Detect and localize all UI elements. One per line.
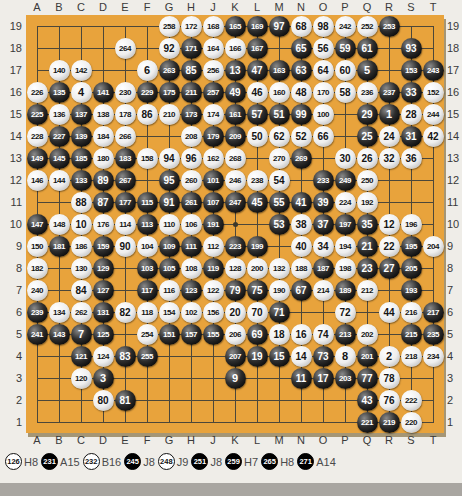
white-stone-190[interactable]: 190 (269, 280, 290, 301)
board-point-G8[interactable]: 105 (158, 257, 180, 279)
board-point-H18[interactable]: 171 (180, 37, 202, 59)
board-point-K2[interactable] (224, 389, 246, 411)
board-point-R10[interactable]: 12 (378, 213, 400, 235)
black-stone-95[interactable]: 95 (159, 170, 180, 191)
white-stone-130[interactable]: 130 (71, 258, 92, 279)
black-stone-3[interactable]: 3 (93, 368, 114, 389)
board-point-S4[interactable]: 218 (400, 345, 422, 367)
board-point-J15[interactable]: 174 (202, 103, 224, 125)
black-stone-235[interactable]: 235 (423, 324, 444, 345)
board-point-E6[interactable]: 82 (114, 301, 136, 323)
board-point-L12[interactable]: 238 (246, 169, 268, 191)
board-point-J8[interactable]: 119 (202, 257, 224, 279)
board-point-O5[interactable]: 74 (312, 323, 334, 345)
black-stone-27[interactable]: 27 (379, 258, 400, 279)
white-stone-28[interactable]: 28 (401, 104, 422, 125)
black-stone-19[interactable]: 19 (247, 346, 268, 367)
board-point-R8[interactable]: 27 (378, 257, 400, 279)
board-point-C7[interactable]: 84 (70, 279, 92, 301)
black-stone-161[interactable]: 161 (225, 104, 246, 125)
board-point-D10[interactable]: 176 (92, 213, 114, 235)
white-stone-58[interactable]: 58 (335, 82, 356, 103)
board-point-R17[interactable] (378, 59, 400, 81)
white-stone-218[interactable]: 218 (401, 346, 422, 367)
board-point-M2[interactable] (268, 389, 290, 411)
white-stone-138[interactable]: 138 (93, 104, 114, 125)
board-point-D7[interactable]: 127 (92, 279, 114, 301)
board-point-D14[interactable]: 184 (92, 125, 114, 147)
white-stone-246[interactable]: 246 (225, 170, 246, 191)
white-stone-96[interactable]: 96 (181, 148, 202, 169)
black-stone-67[interactable]: 67 (291, 280, 312, 301)
white-stone-30[interactable]: 30 (335, 148, 356, 169)
white-stone-20[interactable]: 20 (225, 302, 246, 323)
board-point-Q3[interactable]: 77 (356, 367, 378, 389)
board-point-L18[interactable]: 167 (246, 37, 268, 59)
board-point-H17[interactable]: 85 (180, 59, 202, 81)
board-point-G2[interactable] (158, 389, 180, 411)
white-stone-206[interactable]: 206 (225, 324, 246, 345)
white-stone-2[interactable]: 2 (379, 346, 400, 367)
black-stone-7[interactable]: 7 (71, 324, 92, 345)
board-point-J4[interactable] (202, 345, 224, 367)
board-point-Q4[interactable]: 201 (356, 345, 378, 367)
white-stone-238[interactable]: 238 (247, 170, 268, 191)
black-stone-177[interactable]: 177 (115, 192, 136, 213)
white-stone-134[interactable]: 134 (49, 302, 70, 323)
white-stone-18[interactable]: 18 (269, 324, 290, 345)
board-point-C16[interactable]: 4 (70, 81, 92, 103)
white-stone-102[interactable]: 102 (181, 302, 202, 323)
board-point-F7[interactable]: 117 (136, 279, 158, 301)
board-point-C1[interactable] (70, 411, 92, 433)
black-stone-11[interactable]: 11 (291, 368, 312, 389)
black-stone-115[interactable]: 115 (137, 192, 158, 213)
board-point-O9[interactable]: 34 (312, 235, 334, 257)
board-point-C14[interactable]: 139 (70, 125, 92, 147)
white-stone-136[interactable]: 136 (49, 104, 70, 125)
black-stone-187[interactable]: 187 (313, 258, 334, 279)
white-stone-88[interactable]: 88 (71, 192, 92, 213)
white-stone-108[interactable]: 108 (181, 258, 202, 279)
board-point-D2[interactable]: 80 (92, 389, 114, 411)
white-stone-196[interactable]: 196 (401, 214, 422, 235)
board-point-J12[interactable]: 101 (202, 169, 224, 191)
board-point-T8[interactable] (422, 257, 444, 279)
board-point-Q14[interactable]: 25 (356, 125, 378, 147)
board-point-M16[interactable]: 160 (268, 81, 290, 103)
black-stone-209[interactable]: 209 (225, 126, 246, 147)
board-point-O17[interactable]: 64 (312, 59, 334, 81)
white-stone-264[interactable]: 264 (115, 38, 136, 59)
board-point-D16[interactable]: 141 (92, 81, 114, 103)
board-point-G15[interactable]: 210 (158, 103, 180, 125)
white-stone-178[interactable]: 178 (115, 104, 136, 125)
board-point-T3[interactable] (422, 367, 444, 389)
board-point-K18[interactable]: 166 (224, 37, 246, 59)
board-point-P16[interactable]: 58 (334, 81, 356, 103)
board-point-S9[interactable]: 195 (400, 235, 422, 257)
board-point-Q13[interactable]: 26 (356, 147, 378, 169)
black-stone-263[interactable]: 263 (159, 60, 180, 81)
black-stone-5[interactable]: 5 (357, 60, 378, 81)
white-stone-94[interactable]: 94 (159, 148, 180, 169)
white-stone-40[interactable]: 40 (291, 236, 312, 257)
board-point-J5[interactable]: 155 (202, 323, 224, 345)
board-point-P8[interactable]: 198 (334, 257, 356, 279)
board-point-D18[interactable] (92, 37, 114, 59)
board-point-P7[interactable]: 189 (334, 279, 356, 301)
board-point-B9[interactable]: 181 (48, 235, 70, 257)
black-stone-229[interactable]: 229 (137, 82, 158, 103)
white-stone-226[interactable]: 226 (27, 82, 48, 103)
board-point-S2[interactable]: 222 (400, 389, 422, 411)
board-point-L8[interactable]: 200 (246, 257, 268, 279)
black-stone-173[interactable]: 173 (181, 104, 202, 125)
black-stone-103[interactable]: 103 (137, 258, 158, 279)
black-stone-211[interactable]: 211 (181, 82, 202, 103)
board-point-H3[interactable] (180, 367, 202, 389)
board-point-J18[interactable]: 164 (202, 37, 224, 59)
board-point-O15[interactable]: 100 (312, 103, 334, 125)
white-stone-270[interactable]: 270 (269, 148, 290, 169)
board-point-T15[interactable]: 244 (422, 103, 444, 125)
black-stone-123[interactable]: 123 (181, 280, 202, 301)
black-stone-223[interactable]: 223 (225, 236, 246, 257)
black-stone-127[interactable]: 127 (93, 280, 114, 301)
board-point-G18[interactable]: 92 (158, 37, 180, 59)
white-stone-52[interactable]: 52 (291, 126, 312, 147)
board-point-A2[interactable] (26, 389, 48, 411)
board-point-O10[interactable]: 37 (312, 213, 334, 235)
white-stone-64[interactable]: 64 (313, 60, 334, 81)
white-stone-230[interactable]: 230 (115, 82, 136, 103)
white-stone-152[interactable]: 152 (423, 82, 444, 103)
board-point-D11[interactable]: 87 (92, 191, 114, 213)
board-point-D12[interactable]: 89 (92, 169, 114, 191)
board-point-G5[interactable]: 151 (158, 323, 180, 345)
board-point-R14[interactable]: 24 (378, 125, 400, 147)
black-stone-233[interactable]: 233 (313, 170, 334, 191)
board-point-G17[interactable]: 263 (158, 59, 180, 81)
board-point-O14[interactable]: 66 (312, 125, 334, 147)
black-stone-23[interactable]: 23 (357, 258, 378, 279)
board-point-N13[interactable]: 269 (290, 147, 312, 169)
board-point-M5[interactable]: 18 (268, 323, 290, 345)
board-point-K15[interactable]: 161 (224, 103, 246, 125)
board-point-C8[interactable]: 130 (70, 257, 92, 279)
board-point-M10[interactable]: 53 (268, 213, 290, 235)
board-point-O7[interactable]: 214 (312, 279, 334, 301)
black-stone-93[interactable]: 93 (401, 38, 422, 59)
black-stone-153[interactable]: 153 (401, 60, 422, 81)
board-point-N4[interactable]: 14 (290, 345, 312, 367)
white-stone-60[interactable]: 60 (335, 60, 356, 81)
white-stone-214[interactable]: 214 (313, 280, 334, 301)
white-stone-262[interactable]: 262 (71, 302, 92, 323)
board-point-N9[interactable]: 40 (290, 235, 312, 257)
board-point-E3[interactable] (114, 367, 136, 389)
black-stone-165[interactable]: 165 (225, 16, 246, 37)
white-stone-268[interactable]: 268 (225, 148, 246, 169)
black-stone-201[interactable]: 201 (357, 346, 378, 367)
black-stone-49[interactable]: 49 (225, 82, 246, 103)
board-point-F3[interactable] (136, 367, 158, 389)
board-point-T12[interactable] (422, 169, 444, 191)
board-point-N7[interactable]: 67 (290, 279, 312, 301)
white-stone-34[interactable]: 34 (313, 236, 334, 257)
white-stone-36[interactable]: 36 (401, 148, 422, 169)
board-point-M3[interactable] (268, 367, 290, 389)
white-stone-10[interactable]: 10 (71, 214, 92, 235)
black-stone-53[interactable]: 53 (269, 214, 290, 235)
board-point-D5[interactable]: 125 (92, 323, 114, 345)
black-stone-169[interactable]: 169 (247, 16, 268, 37)
white-stone-200[interactable]: 200 (247, 258, 268, 279)
white-stone-170[interactable]: 170 (313, 82, 334, 103)
board-point-N1[interactable] (290, 411, 312, 433)
board-point-J14[interactable]: 179 (202, 125, 224, 147)
board-point-S11[interactable] (400, 191, 422, 213)
board-point-T14[interactable]: 42 (422, 125, 444, 147)
board-point-C4[interactable]: 121 (70, 345, 92, 367)
board-point-B17[interactable]: 140 (48, 59, 70, 81)
white-stone-124[interactable]: 124 (93, 346, 114, 367)
board-point-T4[interactable]: 234 (422, 345, 444, 367)
white-stone-92[interactable]: 92 (159, 38, 180, 59)
black-stone-129[interactable]: 129 (93, 258, 114, 279)
white-stone-82[interactable]: 82 (115, 302, 136, 323)
board-point-E4[interactable]: 83 (114, 345, 136, 367)
black-stone-9[interactable]: 9 (225, 368, 246, 389)
black-stone-237[interactable]: 237 (379, 82, 400, 103)
board-point-L19[interactable]: 169 (246, 15, 268, 37)
white-stone-118[interactable]: 118 (137, 302, 158, 323)
black-stone-107[interactable]: 107 (203, 192, 224, 213)
board-point-H2[interactable] (180, 389, 202, 411)
black-stone-221[interactable]: 221 (357, 412, 378, 433)
black-stone-45[interactable]: 45 (247, 192, 268, 213)
white-stone-266[interactable]: 266 (115, 126, 136, 147)
white-stone-122[interactable]: 122 (203, 280, 224, 301)
board-point-H4[interactable] (180, 345, 202, 367)
board-point-N16[interactable]: 48 (290, 81, 312, 103)
board-point-J17[interactable]: 256 (202, 59, 224, 81)
board-point-M9[interactable] (268, 235, 290, 257)
black-stone-57[interactable]: 57 (247, 104, 268, 125)
board-point-N5[interactable]: 16 (290, 323, 312, 345)
black-stone-109[interactable]: 109 (159, 236, 180, 257)
board-point-F9[interactable]: 104 (136, 235, 158, 257)
board-point-K4[interactable]: 207 (224, 345, 246, 367)
board-point-T6[interactable]: 217 (422, 301, 444, 323)
board-point-R15[interactable]: 1 (378, 103, 400, 125)
board-point-G7[interactable]: 116 (158, 279, 180, 301)
black-stone-81[interactable]: 81 (115, 390, 136, 411)
black-stone-63[interactable]: 63 (291, 60, 312, 81)
black-stone-33[interactable]: 33 (401, 82, 422, 103)
white-stone-76[interactable]: 76 (379, 390, 400, 411)
board-point-G3[interactable] (158, 367, 180, 389)
board-point-A13[interactable]: 149 (26, 147, 48, 169)
board-point-K14[interactable]: 209 (224, 125, 246, 147)
board-point-L1[interactable] (246, 411, 268, 433)
board-point-R13[interactable]: 32 (378, 147, 400, 169)
black-stone-219[interactable]: 219 (379, 412, 400, 433)
black-stone-167[interactable]: 167 (247, 38, 268, 59)
board-point-Q5[interactable]: 202 (356, 323, 378, 345)
white-stone-22[interactable]: 22 (379, 236, 400, 257)
board-point-S16[interactable]: 33 (400, 81, 422, 103)
white-stone-100[interactable]: 100 (313, 104, 334, 125)
black-stone-13[interactable]: 13 (225, 60, 246, 81)
black-stone-101[interactable]: 101 (203, 170, 224, 191)
black-stone-69[interactable]: 69 (247, 324, 268, 345)
board-point-K5[interactable]: 206 (224, 323, 246, 345)
board-point-G4[interactable] (158, 345, 180, 367)
black-stone-131[interactable]: 131 (93, 302, 114, 323)
go-board[interactable]: 2581721681651699768982422522532649217116… (26, 15, 444, 433)
board-point-H14[interactable]: 208 (180, 125, 202, 147)
black-stone-151[interactable]: 151 (159, 324, 180, 345)
board-point-O6[interactable] (312, 301, 334, 323)
board-point-G9[interactable]: 109 (158, 235, 180, 257)
black-stone-117[interactable]: 117 (137, 280, 158, 301)
white-stone-256[interactable]: 256 (203, 60, 224, 81)
board-point-S13[interactable]: 36 (400, 147, 422, 169)
board-point-H9[interactable]: 111 (180, 235, 202, 257)
board-point-B7[interactable] (48, 279, 70, 301)
board-point-M11[interactable]: 55 (268, 191, 290, 213)
board-point-O4[interactable]: 73 (312, 345, 334, 367)
board-point-P14[interactable] (334, 125, 356, 147)
board-point-A10[interactable]: 147 (26, 213, 48, 235)
black-stone-269[interactable]: 269 (291, 148, 312, 169)
black-stone-179[interactable]: 179 (203, 126, 224, 147)
board-point-Q2[interactable]: 43 (356, 389, 378, 411)
black-stone-171[interactable]: 171 (181, 38, 202, 59)
white-stone-110[interactable]: 110 (159, 214, 180, 235)
white-stone-154[interactable]: 154 (159, 302, 180, 323)
white-stone-156[interactable]: 156 (203, 302, 224, 323)
board-point-J16[interactable]: 257 (202, 81, 224, 103)
black-stone-89[interactable]: 89 (93, 170, 114, 191)
black-stone-257[interactable]: 257 (203, 82, 224, 103)
board-point-M4[interactable]: 15 (268, 345, 290, 367)
board-point-H19[interactable]: 172 (180, 15, 202, 37)
board-point-D19[interactable] (92, 15, 114, 37)
board-point-P17[interactable]: 60 (334, 59, 356, 81)
black-stone-145[interactable]: 145 (49, 148, 70, 169)
board-point-L7[interactable]: 75 (246, 279, 268, 301)
board-point-N15[interactable]: 99 (290, 103, 312, 125)
board-point-E17[interactable] (114, 59, 136, 81)
board-point-E11[interactable]: 177 (114, 191, 136, 213)
board-point-K10[interactable] (224, 213, 246, 235)
black-stone-111[interactable]: 111 (181, 236, 202, 257)
board-point-O18[interactable]: 56 (312, 37, 334, 59)
board-point-E12[interactable]: 267 (114, 169, 136, 191)
board-point-C10[interactable]: 10 (70, 213, 92, 235)
white-stone-80[interactable]: 80 (93, 390, 114, 411)
board-point-M14[interactable]: 62 (268, 125, 290, 147)
board-point-P4[interactable]: 8 (334, 345, 356, 367)
board-point-L17[interactable]: 47 (246, 59, 268, 81)
board-point-T18[interactable] (422, 37, 444, 59)
board-point-S19[interactable] (400, 15, 422, 37)
board-point-P19[interactable]: 242 (334, 15, 356, 37)
white-stone-186[interactable]: 186 (71, 236, 92, 257)
board-point-A15[interactable]: 225 (26, 103, 48, 125)
black-stone-217[interactable]: 217 (423, 302, 444, 323)
board-point-C2[interactable] (70, 389, 92, 411)
black-stone-185[interactable]: 185 (71, 148, 92, 169)
board-point-J3[interactable] (202, 367, 224, 389)
board-point-H11[interactable]: 261 (180, 191, 202, 213)
white-stone-98[interactable]: 98 (313, 16, 334, 37)
board-point-M18[interactable] (268, 37, 290, 59)
board-point-R7[interactable] (378, 279, 400, 301)
board-point-J11[interactable]: 107 (202, 191, 224, 213)
black-stone-183[interactable]: 183 (115, 148, 136, 169)
board-point-B10[interactable]: 148 (48, 213, 70, 235)
white-stone-128[interactable]: 128 (225, 258, 246, 279)
black-stone-243[interactable]: 243 (423, 60, 444, 81)
board-point-L9[interactable]: 199 (246, 235, 268, 257)
board-point-M12[interactable]: 54 (268, 169, 290, 191)
white-stone-140[interactable]: 140 (49, 60, 70, 81)
board-point-F18[interactable] (136, 37, 158, 59)
board-point-F19[interactable] (136, 15, 158, 37)
white-stone-90[interactable]: 90 (115, 236, 136, 257)
black-stone-189[interactable]: 189 (335, 280, 356, 301)
black-stone-181[interactable]: 181 (49, 236, 70, 257)
white-stone-162[interactable]: 162 (203, 148, 224, 169)
board-point-L16[interactable]: 46 (246, 81, 268, 103)
board-point-S5[interactable]: 215 (400, 323, 422, 345)
board-point-D9[interactable]: 159 (92, 235, 114, 257)
black-stone-61[interactable]: 61 (357, 38, 378, 59)
white-stone-114[interactable]: 114 (115, 214, 136, 235)
board-point-E1[interactable] (114, 411, 136, 433)
board-point-S8[interactable]: 205 (400, 257, 422, 279)
board-point-C17[interactable]: 142 (70, 59, 92, 81)
white-stone-120[interactable]: 120 (71, 368, 92, 389)
board-point-F2[interactable] (136, 389, 158, 411)
board-point-D15[interactable]: 138 (92, 103, 114, 125)
board-point-O8[interactable]: 187 (312, 257, 334, 279)
board-point-Q12[interactable]: 250 (356, 169, 378, 191)
board-point-K17[interactable]: 13 (224, 59, 246, 81)
board-point-G12[interactable]: 95 (158, 169, 180, 191)
white-stone-16[interactable]: 16 (291, 324, 312, 345)
white-stone-24[interactable]: 24 (379, 126, 400, 147)
black-stone-85[interactable]: 85 (181, 60, 202, 81)
board-point-D3[interactable]: 3 (92, 367, 114, 389)
board-point-S3[interactable] (400, 367, 422, 389)
black-stone-163[interactable]: 163 (269, 60, 290, 81)
board-point-T19[interactable] (422, 15, 444, 37)
white-stone-78[interactable]: 78 (379, 368, 400, 389)
board-point-A14[interactable]: 228 (26, 125, 48, 147)
board-point-H5[interactable]: 157 (180, 323, 202, 345)
black-stone-175[interactable]: 175 (159, 82, 180, 103)
board-point-J1[interactable] (202, 411, 224, 433)
white-stone-38[interactable]: 38 (291, 214, 312, 235)
board-point-M15[interactable]: 51 (268, 103, 290, 125)
black-stone-121[interactable]: 121 (71, 346, 92, 367)
board-point-J19[interactable]: 168 (202, 15, 224, 37)
